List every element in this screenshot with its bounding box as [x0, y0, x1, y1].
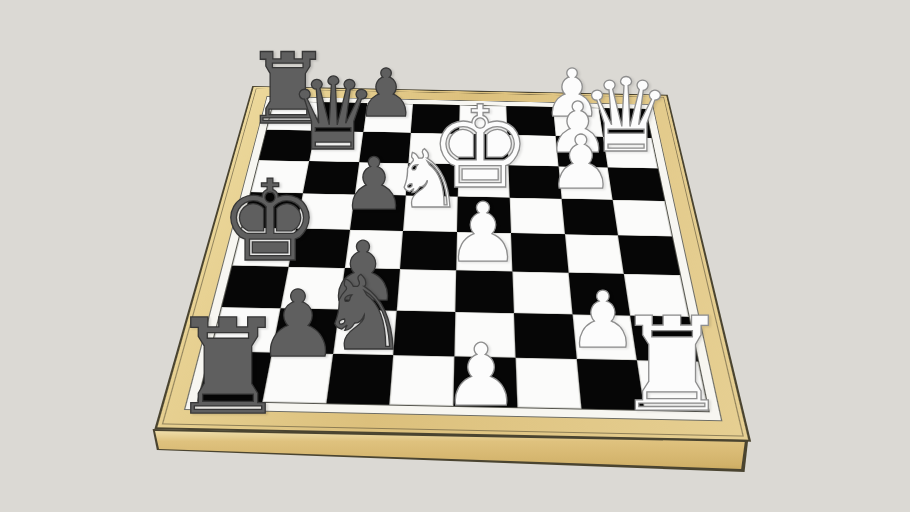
piece-black-knight-c2: ♞ — [318, 263, 409, 365]
square-f3 — [512, 271, 572, 314]
piece-white-pawn-e4: ♟ — [446, 192, 520, 274]
piece-white-pawn-e1: ♟ — [442, 332, 519, 418]
square-h4 — [618, 235, 680, 274]
3d-model-viewport[interactable]: ♜♟♟♛♟♛♚♟♟♞♚♟♟♟♞♟♜♟♜ — [0, 0, 910, 512]
square-g4 — [564, 234, 624, 273]
piece-white-rook-h1: ♜ — [614, 300, 731, 430]
piece-black-king-a4: ♚ — [220, 165, 320, 277]
square-h5 — [613, 200, 672, 237]
piece-black-rook-a1: ♜ — [169, 301, 287, 433]
square-f2 — [514, 313, 577, 359]
square-f1 — [515, 358, 581, 409]
piece-white-pawn-g6: ♟ — [548, 125, 614, 199]
